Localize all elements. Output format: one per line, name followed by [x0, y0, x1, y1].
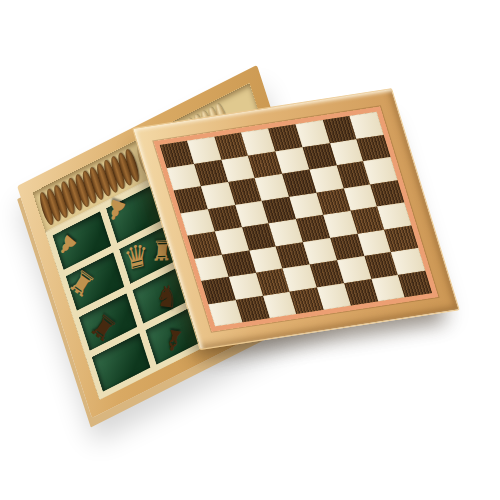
board-square — [384, 225, 418, 252]
product-photo: ♟♟♜♛♜♝♜♞♝ — [0, 0, 500, 500]
natural-queen-piece: ♛ — [122, 239, 151, 276]
board-square — [398, 270, 432, 297]
chess-board — [160, 112, 432, 327]
board-inner-trim — [153, 106, 438, 331]
